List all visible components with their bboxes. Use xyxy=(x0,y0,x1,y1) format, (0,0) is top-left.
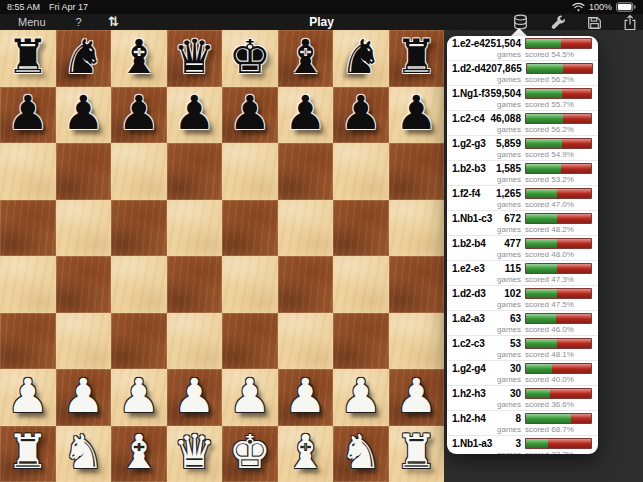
square-h3[interactable] xyxy=(389,313,445,370)
piece-white-knight: ♞︎ xyxy=(340,428,382,475)
scored-label: scored 47.0% xyxy=(525,200,592,209)
piece-black-knight: ♞︎ xyxy=(340,33,382,80)
score-bar xyxy=(525,238,592,249)
games-label: games xyxy=(497,350,525,359)
games-label: games xyxy=(497,400,525,409)
piece-black-bishop: ♝︎ xyxy=(118,33,160,80)
scored-label: scored 54.9% xyxy=(525,150,592,159)
status-time: 8:55 AM xyxy=(7,2,40,12)
square-e4[interactable] xyxy=(222,256,278,313)
square-a2[interactable]: ♟︎ xyxy=(0,369,56,426)
scored-label: scored 48.2% xyxy=(525,225,592,234)
square-h5[interactable] xyxy=(389,200,445,257)
score-bar xyxy=(525,138,592,149)
square-f8[interactable]: ♝︎ xyxy=(278,30,334,87)
book-move-row[interactable]: 1.h2-h3 30 games scored 36.6% xyxy=(447,386,598,411)
square-g7[interactable]: ♟︎ xyxy=(333,87,389,144)
piece-white-pawn: ♟︎ xyxy=(284,372,326,419)
save-icon[interactable] xyxy=(587,14,602,30)
book-move-label: 1.d2-d3 xyxy=(452,288,486,299)
games-label: games xyxy=(497,100,525,109)
book-move-label: 1.e2-e4 xyxy=(452,38,485,49)
scored-label: scored 54.5% xyxy=(525,50,592,59)
book-move-row[interactable]: 1.e2-e4 251,504 games scored 54.5% xyxy=(447,36,598,61)
square-e2[interactable]: ♟︎ xyxy=(222,369,278,426)
square-h7[interactable]: ♟︎ xyxy=(389,87,445,144)
square-h1[interactable]: ♜︎ xyxy=(389,426,445,482)
square-c5[interactable] xyxy=(111,200,167,257)
score-bar-green xyxy=(526,339,557,348)
book-games-count: 672 xyxy=(504,213,525,224)
book-games-count: 8 xyxy=(515,413,525,424)
scored-label: scored 56.2% xyxy=(525,75,592,84)
piece-white-pawn: ♟︎ xyxy=(340,372,382,419)
score-bar xyxy=(525,363,592,374)
book-move-row[interactable]: 1.g2-g3 5,859 games scored 54.9% xyxy=(447,136,598,161)
score-bar-green xyxy=(526,214,557,223)
square-f3[interactable] xyxy=(278,313,334,370)
book-move-row[interactable]: 1.e2-e3 115 games scored 47.3% xyxy=(447,261,598,286)
square-g4[interactable] xyxy=(333,256,389,313)
piece-white-pawn: ♟︎ xyxy=(173,372,215,419)
book-games-count: 59,504 xyxy=(490,88,525,99)
book-move-row[interactable]: 1.h2-h4 8 games scored 68.7% xyxy=(447,411,598,436)
page-title: Play xyxy=(309,15,334,29)
score-bar-green xyxy=(526,264,557,273)
square-c2[interactable]: ♟︎ xyxy=(111,369,167,426)
square-d6[interactable] xyxy=(167,143,223,200)
score-bar xyxy=(525,188,592,199)
square-b4[interactable] xyxy=(56,256,112,313)
square-b1[interactable]: ♞︎ xyxy=(56,426,112,482)
piece-white-pawn: ♟︎ xyxy=(118,372,160,419)
games-label: games xyxy=(497,375,525,384)
square-d4[interactable] xyxy=(167,256,223,313)
score-bar xyxy=(525,38,592,49)
square-c8[interactable]: ♝︎ xyxy=(111,30,167,87)
square-f2[interactable]: ♟︎ xyxy=(278,369,334,426)
games-label: games xyxy=(497,175,525,184)
book-games-count: 5,859 xyxy=(496,138,525,149)
menu-button[interactable]: Menu xyxy=(18,14,46,30)
book-move-row[interactable]: 1.f2-f4 1,265 games scored 47.0% xyxy=(447,186,598,211)
scored-label: scored 48.0% xyxy=(525,250,592,259)
score-bar-green xyxy=(527,64,564,73)
score-bar-green xyxy=(526,189,557,198)
score-bar-green xyxy=(526,164,561,173)
scored-label: scored 56.2% xyxy=(525,125,592,134)
square-h2[interactable]: ♟︎ xyxy=(389,369,445,426)
square-f7[interactable]: ♟︎ xyxy=(278,87,334,144)
square-f4[interactable] xyxy=(278,256,334,313)
score-bar-green xyxy=(526,314,556,323)
score-bar xyxy=(525,113,592,124)
scored-label: scored 53.2% xyxy=(525,175,592,184)
piece-black-bishop: ♝︎ xyxy=(284,33,326,80)
games-label: games xyxy=(497,125,525,134)
score-bar xyxy=(525,88,592,99)
score-bar xyxy=(525,288,592,299)
book-move-label: 1.b2-b3 xyxy=(452,163,486,174)
square-h4[interactable] xyxy=(389,256,445,313)
square-f1[interactable]: ♝︎ xyxy=(278,426,334,482)
scored-label: scored 48.1% xyxy=(525,350,592,359)
book-games-count: 207,865 xyxy=(486,63,526,74)
book-games-count: 3 xyxy=(515,438,525,449)
score-bar xyxy=(526,63,593,74)
book-move-label: 1.g2-g4 xyxy=(452,363,486,374)
square-b3[interactable] xyxy=(56,313,112,370)
scored-label: scored 68.7% xyxy=(525,425,592,434)
games-label: games xyxy=(497,325,525,334)
book-games-count: 63 xyxy=(510,313,525,324)
square-g8[interactable]: ♞︎ xyxy=(333,30,389,87)
piece-white-rook: ♜︎ xyxy=(395,428,437,475)
book-move-row[interactable]: 1.b2-b4 477 games scored 48.0% xyxy=(447,236,598,261)
piece-black-queen: ♛︎ xyxy=(173,33,215,80)
book-move-row[interactable]: 1.c2-c3 53 games scored 48.1% xyxy=(447,336,598,361)
book-move-label: 1.h2-h4 xyxy=(452,413,486,424)
toolbar: Menu ? ⇅ Play xyxy=(0,14,643,30)
score-bar-green xyxy=(526,439,548,448)
square-b5[interactable] xyxy=(56,200,112,257)
games-label: games xyxy=(497,75,525,84)
score-bar-green xyxy=(526,39,561,48)
book-move-label: 1.Ng1-f3 xyxy=(452,88,490,99)
book-move-label: 1.Nb1-c3 xyxy=(452,213,492,224)
piece-white-pawn: ♟︎ xyxy=(7,372,49,419)
status-bar: 8:55 AM Fri Apr 17 100% xyxy=(0,0,643,14)
scored-label: scored 47.5% xyxy=(525,300,592,309)
book-move-row[interactable]: 1.g2-g4 30 games scored 40.0% xyxy=(447,361,598,386)
square-e6[interactable] xyxy=(222,143,278,200)
piece-black-pawn: ♟︎ xyxy=(62,89,104,136)
book-move-label: 1.c2-c4 xyxy=(452,113,485,124)
score-bar-green xyxy=(526,389,550,398)
square-c4[interactable] xyxy=(111,256,167,313)
score-bar xyxy=(525,163,592,174)
games-label: games xyxy=(497,225,525,234)
share-icon[interactable] xyxy=(623,14,637,30)
square-a1[interactable]: ♜︎ xyxy=(0,426,56,482)
piece-black-pawn: ♟︎ xyxy=(118,89,160,136)
score-bar-green xyxy=(526,414,571,423)
square-a6[interactable] xyxy=(0,143,56,200)
games-label: games xyxy=(497,300,525,309)
piece-black-rook: ♜︎ xyxy=(395,33,437,80)
book-move-label: 1.a2-a3 xyxy=(452,313,485,324)
games-label: games xyxy=(497,50,525,59)
square-a5[interactable] xyxy=(0,200,56,257)
square-d1[interactable]: ♛︎ xyxy=(167,426,223,482)
square-e7[interactable]: ♟︎ xyxy=(222,87,278,144)
book-move-row[interactable]: 1.Nb1-a3 3 games scored 33.3% xyxy=(447,436,598,454)
square-a3[interactable] xyxy=(0,313,56,370)
piece-white-bishop: ♝︎ xyxy=(118,428,160,475)
score-bar-green xyxy=(526,139,562,148)
book-games-count: 30 xyxy=(510,363,525,374)
book-move-row[interactable]: 1.Ng1-f3 59,504 games scored 55.7% xyxy=(447,86,598,111)
flip-board-button[interactable]: ⇅ xyxy=(108,14,119,30)
square-g2[interactable]: ♟︎ xyxy=(333,369,389,426)
scored-label: scored 47.3% xyxy=(525,275,592,284)
square-e3[interactable] xyxy=(222,313,278,370)
piece-black-pawn: ♟︎ xyxy=(229,89,271,136)
piece-white-knight: ♞︎ xyxy=(62,428,104,475)
book-games-count: 102 xyxy=(504,288,525,299)
piece-black-rook: ♜︎ xyxy=(7,33,49,80)
square-h8[interactable]: ♜︎ xyxy=(389,30,445,87)
square-d5[interactable] xyxy=(167,200,223,257)
square-d7[interactable]: ♟︎ xyxy=(167,87,223,144)
games-label: games xyxy=(497,150,525,159)
help-button[interactable]: ? xyxy=(76,14,82,30)
square-a8[interactable]: ♜︎ xyxy=(0,30,56,87)
games-label: games xyxy=(497,275,525,284)
square-e1[interactable]: ♚︎ xyxy=(222,426,278,482)
piece-black-pawn: ♟︎ xyxy=(173,89,215,136)
book-move-label: 1.b2-b4 xyxy=(452,238,486,249)
scored-label: scored 46.0% xyxy=(525,325,592,334)
scored-label: scored 36.6% xyxy=(525,400,592,409)
square-b7[interactable]: ♟︎ xyxy=(56,87,112,144)
piece-black-pawn: ♟︎ xyxy=(284,89,326,136)
chess-app-screen: 8:55 AM Fri Apr 17 100% xyxy=(0,0,643,482)
book-games-count: 1,585 xyxy=(496,163,525,174)
score-bar xyxy=(525,388,592,399)
square-b6[interactable] xyxy=(56,143,112,200)
piece-white-pawn: ♟︎ xyxy=(395,372,437,419)
book-move-row[interactable]: 1.Nb1-c3 672 games scored 48.2% xyxy=(447,211,598,236)
square-c3[interactable] xyxy=(111,313,167,370)
score-bar xyxy=(525,263,592,274)
book-move-label: 1.c2-c3 xyxy=(452,338,485,349)
square-g6[interactable] xyxy=(333,143,389,200)
piece-black-pawn: ♟︎ xyxy=(7,89,49,136)
book-move-label: 1.e2-e3 xyxy=(452,263,485,274)
square-h6[interactable] xyxy=(389,143,445,200)
score-bar-green xyxy=(526,114,563,123)
book-games-count: 53 xyxy=(510,338,525,349)
top-bar: 8:55 AM Fri Apr 17 100% xyxy=(0,0,643,30)
square-a4[interactable] xyxy=(0,256,56,313)
chess-board: ♜︎♞︎♝︎♛︎♚︎♝︎♞︎♜︎♟︎♟︎♟︎♟︎♟︎♟︎♟︎♟︎♟︎♟︎♟︎♟︎… xyxy=(0,30,444,482)
battery-percent: 100% xyxy=(589,2,612,12)
square-e8[interactable]: ♚︎ xyxy=(222,30,278,87)
book-move-label: 1.d2-d4 xyxy=(452,63,486,74)
games-label: games xyxy=(497,200,525,209)
book-move-row[interactable]: 1.d2-d4 207,865 games scored 56.2% xyxy=(447,61,598,86)
games-label: games xyxy=(497,425,525,434)
score-bar-green xyxy=(526,289,557,298)
piece-white-queen: ♛︎ xyxy=(173,428,215,475)
square-e5[interactable] xyxy=(222,200,278,257)
square-g3[interactable] xyxy=(333,313,389,370)
book-games-count: 46,088 xyxy=(490,113,525,124)
scored-label: scored 40.0% xyxy=(525,375,592,384)
book-games-count: 1,265 xyxy=(496,188,525,199)
wifi-icon xyxy=(572,0,585,15)
book-move-label: 1.f2-f4 xyxy=(452,188,480,199)
piece-white-king: ♚︎ xyxy=(229,428,271,475)
games-label: games xyxy=(497,450,525,455)
piece-white-rook: ♜︎ xyxy=(7,428,49,475)
square-b2[interactable]: ♟︎ xyxy=(56,369,112,426)
book-move-label: 1.h2-h3 xyxy=(452,388,486,399)
score-bar xyxy=(525,213,592,224)
book-games-count: 115 xyxy=(505,263,525,274)
score-bar xyxy=(525,413,592,424)
piece-white-pawn: ♟︎ xyxy=(229,372,271,419)
score-bar xyxy=(525,338,592,349)
games-label: games xyxy=(497,250,525,259)
square-a7[interactable]: ♟︎ xyxy=(0,87,56,144)
square-c1[interactable]: ♝︎ xyxy=(111,426,167,482)
opening-book-panel: 1.e2-e4 251,504 games scored 54.5% 1.d2-… xyxy=(447,36,598,454)
square-c6[interactable] xyxy=(111,143,167,200)
book-move-row[interactable]: 1.c2-c4 46,088 games scored 56.2% xyxy=(447,111,598,136)
scored-label: scored 33.3% xyxy=(525,450,592,455)
book-move-row[interactable]: 1.a2-a3 63 games scored 46.0% xyxy=(447,311,598,336)
score-bar-green xyxy=(526,239,557,248)
book-games-count: 251,504 xyxy=(485,38,525,49)
square-g1[interactable]: ♞︎ xyxy=(333,426,389,482)
popover-arrow xyxy=(511,28,527,36)
piece-black-pawn: ♟︎ xyxy=(340,89,382,136)
piece-black-knight: ♞︎ xyxy=(62,33,104,80)
score-bar xyxy=(525,438,592,449)
piece-black-king: ♚︎ xyxy=(229,33,271,80)
square-f6[interactable] xyxy=(278,143,334,200)
square-b8[interactable]: ♞︎ xyxy=(56,30,112,87)
book-games-count: 477 xyxy=(504,238,525,249)
status-date: Fri Apr 17 xyxy=(49,2,88,12)
score-bar-green xyxy=(526,89,562,98)
book-move-label: 1.g2-g3 xyxy=(452,138,486,149)
square-d8[interactable]: ♛︎ xyxy=(167,30,223,87)
square-g5[interactable] xyxy=(333,200,389,257)
book-move-row[interactable]: 1.d2-d3 102 games scored 47.5% xyxy=(447,286,598,311)
square-c7[interactable]: ♟︎ xyxy=(111,87,167,144)
wrench-icon[interactable] xyxy=(550,14,566,30)
score-bar xyxy=(525,313,592,324)
book-move-label: 1.Nb1-a3 xyxy=(452,438,492,449)
score-bar-green xyxy=(526,364,552,373)
book-games-count: 30 xyxy=(510,388,525,399)
scored-label: scored 55.7% xyxy=(525,100,592,109)
piece-black-pawn: ♟︎ xyxy=(395,89,437,136)
piece-white-pawn: ♟︎ xyxy=(62,372,104,419)
square-f5[interactable] xyxy=(278,200,334,257)
square-d3[interactable] xyxy=(167,313,223,370)
square-d2[interactable]: ♟︎ xyxy=(167,369,223,426)
piece-white-bishop: ♝︎ xyxy=(284,428,326,475)
book-move-row[interactable]: 1.b2-b3 1,585 games scored 53.2% xyxy=(447,161,598,186)
